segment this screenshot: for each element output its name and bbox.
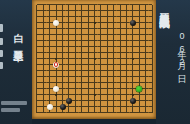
black-stone: [130, 98, 136, 104]
board-intersection[interactable]: [130, 98, 136, 104]
white-stone: [53, 20, 59, 26]
white-stone: [53, 62, 59, 68]
go-board: [32, 0, 156, 119]
broadcast-frame: 白 聂卫平 第三届中国棋圣战九段战 0年6月2日: [0, 0, 190, 124]
watermark-text: [1, 101, 31, 112]
board-intersection[interactable]: [53, 86, 59, 92]
clipped-black-player-column: [0, 24, 4, 74]
clipped-glyph: [0, 62, 3, 69]
board-intersection[interactable]: [53, 20, 59, 26]
board-intersection[interactable]: [53, 62, 59, 68]
watermark-line: [1, 101, 27, 105]
clipped-glyph: [0, 24, 3, 32]
clipped-glyph: [0, 50, 3, 57]
board-intersection[interactable]: [66, 98, 72, 104]
go-grid: [34, 2, 155, 116]
board-intersection[interactable]: [59, 104, 65, 110]
event-title: 第三届中国棋圣战九段战: [158, 5, 171, 124]
white-player-name: 聂卫平: [11, 42, 25, 45]
board-intersection[interactable]: [149, 110, 155, 116]
board-intersection[interactable]: [136, 86, 142, 92]
green-move-marker: [136, 86, 142, 92]
black-stone: [60, 104, 66, 110]
white-stone: [53, 86, 59, 92]
red-circle-marker: [54, 62, 59, 67]
clipped-glyph: [0, 38, 3, 45]
black-stone: [66, 98, 72, 104]
black-stone: [130, 20, 136, 26]
watermark-line: [1, 108, 20, 112]
event-date: 0年6月2日: [175, 31, 188, 70]
left-info-panel: [0, 0, 32, 124]
white-stone: [47, 104, 53, 110]
board-intersection[interactable]: [130, 20, 136, 26]
board-intersection[interactable]: [47, 104, 53, 110]
